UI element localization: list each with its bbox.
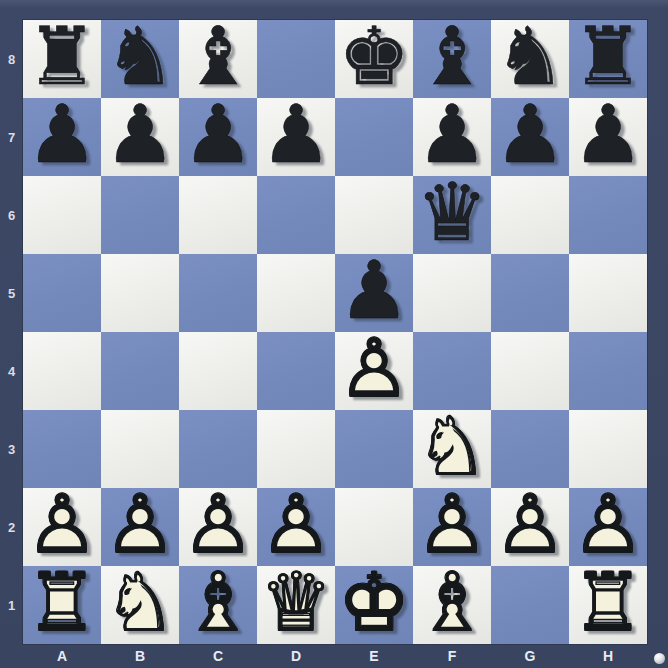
piece-white-pawn[interactable]: ♟♙ — [569, 488, 647, 566]
square-h6[interactable] — [569, 176, 647, 254]
piece-black-pawn[interactable]: ♟ — [257, 98, 335, 176]
square-g7[interactable]: ♟ — [491, 98, 569, 176]
white-pawn-fill-glyph: ♟ — [182, 485, 254, 565]
chessboard-frame: ♜♞♝♚♝♞♜♟♟♟♟♟♟♟♛♟♟♙♞♘♟♙♟♙♟♙♟♙♟♙♟♙♟♙♜♖♞♘♝♗… — [0, 0, 668, 668]
square-f6[interactable]: ♛ — [413, 176, 491, 254]
file-labels: ABCDEFGH — [23, 644, 647, 668]
square-d1[interactable]: ♛♕ — [257, 566, 335, 644]
square-g4[interactable] — [491, 332, 569, 410]
white-pawn-fill-glyph: ♟ — [104, 485, 176, 565]
piece-black-knight[interactable]: ♞ — [491, 20, 569, 98]
square-h5[interactable] — [569, 254, 647, 332]
square-h2[interactable]: ♟♙ — [569, 488, 647, 566]
piece-black-pawn[interactable]: ♟ — [335, 254, 413, 332]
square-b8[interactable]: ♞ — [101, 20, 179, 98]
square-e3[interactable] — [335, 410, 413, 488]
black-pawn-fill-glyph: ♟ — [572, 95, 644, 175]
white-queen-fill-glyph: ♛ — [260, 563, 332, 643]
file-label-b: B — [101, 644, 179, 668]
square-a2[interactable]: ♟♙ — [23, 488, 101, 566]
black-knight-fill-glyph: ♞ — [494, 17, 566, 97]
square-e7[interactable] — [335, 98, 413, 176]
black-bishop-fill-glyph: ♝ — [182, 17, 254, 97]
file-label-a: A — [23, 644, 101, 668]
white-pawn-outline-glyph: ♙ — [572, 485, 644, 565]
piece-white-bishop[interactable]: ♝♗ — [413, 566, 491, 644]
square-b4[interactable] — [101, 332, 179, 410]
piece-black-queen[interactable]: ♛ — [413, 176, 491, 254]
piece-white-rook[interactable]: ♜♖ — [569, 566, 647, 644]
rank-label-6: 6 — [0, 176, 23, 254]
square-b5[interactable] — [101, 254, 179, 332]
piece-white-pawn[interactable]: ♟♙ — [413, 488, 491, 566]
white-rook-fill-glyph: ♜ — [572, 563, 644, 643]
black-knight-fill-glyph: ♞ — [104, 17, 176, 97]
white-rook-fill-glyph: ♜ — [26, 563, 98, 643]
white-pawn-fill-glyph: ♟ — [572, 485, 644, 565]
white-to-move-indicator-ball — [654, 653, 665, 664]
square-d3[interactable] — [257, 410, 335, 488]
white-pawn-fill-glyph: ♟ — [494, 485, 566, 565]
chessboard: ♜♞♝♚♝♞♜♟♟♟♟♟♟♟♛♟♟♙♞♘♟♙♟♙♟♙♟♙♟♙♟♙♟♙♜♖♞♘♝♗… — [23, 20, 647, 644]
piece-black-pawn[interactable]: ♟ — [413, 98, 491, 176]
white-king-fill-glyph: ♚ — [338, 563, 410, 643]
black-rook-fill-glyph: ♜ — [572, 17, 644, 97]
piece-white-pawn[interactable]: ♟♙ — [257, 488, 335, 566]
square-g5[interactable] — [491, 254, 569, 332]
file-label-h: H — [569, 644, 647, 668]
black-pawn-fill-glyph: ♟ — [494, 95, 566, 175]
piece-black-rook[interactable]: ♜ — [23, 20, 101, 98]
piece-black-rook[interactable]: ♜ — [569, 20, 647, 98]
piece-white-king[interactable]: ♚♔ — [335, 566, 413, 644]
square-f7[interactable]: ♟ — [413, 98, 491, 176]
square-c1[interactable]: ♝♗ — [179, 566, 257, 644]
file-label-f: F — [413, 644, 491, 668]
square-e5[interactable]: ♟ — [335, 254, 413, 332]
white-pawn-outline-glyph: ♙ — [104, 485, 176, 565]
piece-black-king[interactable]: ♚ — [335, 20, 413, 98]
rank-label-7: 7 — [0, 98, 23, 176]
square-g3[interactable] — [491, 410, 569, 488]
white-pawn-outline-glyph: ♙ — [338, 329, 410, 409]
square-c2[interactable]: ♟♙ — [179, 488, 257, 566]
square-f4[interactable] — [413, 332, 491, 410]
square-h1[interactable]: ♜♖ — [569, 566, 647, 644]
white-pawn-outline-glyph: ♙ — [182, 485, 254, 565]
square-a1[interactable]: ♜♖ — [23, 566, 101, 644]
piece-white-bishop[interactable]: ♝♗ — [179, 566, 257, 644]
white-pawn-outline-glyph: ♙ — [260, 485, 332, 565]
square-f5[interactable] — [413, 254, 491, 332]
white-knight-fill-glyph: ♞ — [104, 563, 176, 643]
square-c4[interactable] — [179, 332, 257, 410]
black-pawn-fill-glyph: ♟ — [260, 95, 332, 175]
square-c3[interactable] — [179, 410, 257, 488]
square-g1[interactable] — [491, 566, 569, 644]
square-d8[interactable] — [257, 20, 335, 98]
white-pawn-fill-glyph: ♟ — [338, 329, 410, 409]
square-a8[interactable]: ♜ — [23, 20, 101, 98]
file-label-e: E — [335, 644, 413, 668]
rank-label-5: 5 — [0, 254, 23, 332]
black-pawn-fill-glyph: ♟ — [416, 95, 488, 175]
file-label-g: G — [491, 644, 569, 668]
white-rook-outline-glyph: ♖ — [26, 563, 98, 643]
square-c8[interactable]: ♝ — [179, 20, 257, 98]
square-b1[interactable]: ♞♘ — [101, 566, 179, 644]
square-g2[interactable]: ♟♙ — [491, 488, 569, 566]
square-h3[interactable] — [569, 410, 647, 488]
square-b2[interactable]: ♟♙ — [101, 488, 179, 566]
rank-label-2: 2 — [0, 488, 23, 566]
piece-white-pawn[interactable]: ♟♙ — [179, 488, 257, 566]
white-pawn-outline-glyph: ♙ — [26, 485, 98, 565]
piece-white-rook[interactable]: ♜♖ — [23, 566, 101, 644]
black-bishop-fill-glyph: ♝ — [416, 17, 488, 97]
square-c5[interactable] — [179, 254, 257, 332]
square-d4[interactable] — [257, 332, 335, 410]
white-rook-outline-glyph: ♖ — [572, 563, 644, 643]
square-h8[interactable]: ♜ — [569, 20, 647, 98]
square-c6[interactable] — [179, 176, 257, 254]
square-d2[interactable]: ♟♙ — [257, 488, 335, 566]
square-e4[interactable]: ♟♙ — [335, 332, 413, 410]
white-bishop-fill-glyph: ♝ — [416, 563, 488, 643]
white-pawn-fill-glyph: ♟ — [416, 485, 488, 565]
piece-white-pawn[interactable]: ♟♙ — [335, 332, 413, 410]
square-a5[interactable] — [23, 254, 101, 332]
square-e2[interactable] — [335, 488, 413, 566]
square-b6[interactable] — [101, 176, 179, 254]
black-rook-fill-glyph: ♜ — [26, 17, 98, 97]
square-f8[interactable]: ♝ — [413, 20, 491, 98]
piece-black-pawn[interactable]: ♟ — [23, 98, 101, 176]
white-knight-outline-glyph: ♘ — [416, 407, 488, 487]
piece-black-bishop[interactable]: ♝ — [179, 20, 257, 98]
file-label-d: D — [257, 644, 335, 668]
rank-label-8: 8 — [0, 20, 23, 98]
square-g6[interactable] — [491, 176, 569, 254]
white-knight-outline-glyph: ♘ — [104, 563, 176, 643]
square-a6[interactable] — [23, 176, 101, 254]
white-pawn-outline-glyph: ♙ — [416, 485, 488, 565]
square-e1[interactable]: ♚♔ — [335, 566, 413, 644]
square-a4[interactable] — [23, 332, 101, 410]
piece-black-pawn[interactable]: ♟ — [179, 98, 257, 176]
piece-white-pawn[interactable]: ♟♙ — [491, 488, 569, 566]
square-e8[interactable]: ♚ — [335, 20, 413, 98]
piece-white-pawn[interactable]: ♟♙ — [101, 488, 179, 566]
square-a7[interactable]: ♟ — [23, 98, 101, 176]
piece-white-knight[interactable]: ♞♘ — [413, 410, 491, 488]
white-bishop-fill-glyph: ♝ — [182, 563, 254, 643]
square-c7[interactable]: ♟ — [179, 98, 257, 176]
white-bishop-outline-glyph: ♗ — [416, 563, 488, 643]
white-king-outline-glyph: ♔ — [338, 563, 410, 643]
white-knight-fill-glyph: ♞ — [416, 407, 488, 487]
white-pawn-fill-glyph: ♟ — [26, 485, 98, 565]
black-pawn-fill-glyph: ♟ — [26, 95, 98, 175]
piece-black-pawn[interactable]: ♟ — [101, 98, 179, 176]
square-f2[interactable]: ♟♙ — [413, 488, 491, 566]
square-f3[interactable]: ♞♘ — [413, 410, 491, 488]
square-a3[interactable] — [23, 410, 101, 488]
black-queen-fill-glyph: ♛ — [416, 173, 488, 253]
piece-black-pawn[interactable]: ♟ — [491, 98, 569, 176]
black-pawn-fill-glyph: ♟ — [104, 95, 176, 175]
square-b3[interactable] — [101, 410, 179, 488]
piece-black-bishop[interactable]: ♝ — [413, 20, 491, 98]
square-h7[interactable]: ♟ — [569, 98, 647, 176]
piece-black-pawn[interactable]: ♟ — [569, 98, 647, 176]
white-bishop-outline-glyph: ♗ — [182, 563, 254, 643]
black-pawn-fill-glyph: ♟ — [338, 251, 410, 331]
square-b7[interactable]: ♟ — [101, 98, 179, 176]
square-g8[interactable]: ♞ — [491, 20, 569, 98]
file-label-c: C — [179, 644, 257, 668]
black-king-fill-glyph: ♚ — [338, 17, 410, 97]
square-d5[interactable] — [257, 254, 335, 332]
rank-label-3: 3 — [0, 410, 23, 488]
white-queen-outline-glyph: ♕ — [260, 563, 332, 643]
square-d7[interactable]: ♟ — [257, 98, 335, 176]
rank-label-1: 1 — [0, 566, 23, 644]
white-pawn-outline-glyph: ♙ — [494, 485, 566, 565]
piece-white-queen[interactable]: ♛♕ — [257, 566, 335, 644]
piece-black-knight[interactable]: ♞ — [101, 20, 179, 98]
square-e6[interactable] — [335, 176, 413, 254]
piece-white-knight[interactable]: ♞♘ — [101, 566, 179, 644]
square-f1[interactable]: ♝♗ — [413, 566, 491, 644]
rank-labels: 87654321 — [0, 20, 23, 644]
black-pawn-fill-glyph: ♟ — [182, 95, 254, 175]
piece-white-pawn[interactable]: ♟♙ — [23, 488, 101, 566]
square-d6[interactable] — [257, 176, 335, 254]
white-pawn-fill-glyph: ♟ — [260, 485, 332, 565]
rank-label-4: 4 — [0, 332, 23, 410]
square-h4[interactable] — [569, 332, 647, 410]
